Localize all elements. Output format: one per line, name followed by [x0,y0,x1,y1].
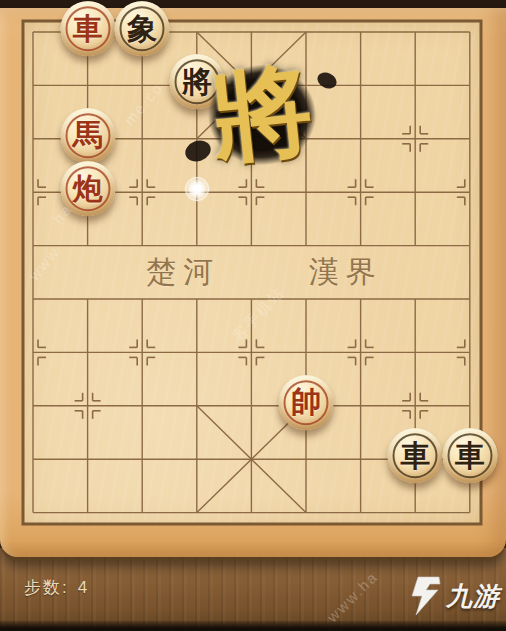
piece-black-elephant[interactable]: 象 [115,1,170,56]
brand-logo: 九游 [410,576,500,616]
piece-character: 象 [127,14,157,44]
piece-black-general[interactable]: 將 [169,55,224,110]
move-indicator-sparkle [182,174,212,204]
step-counter-value: 4 [78,578,87,597]
river-label-right: 漢界 [309,252,383,293]
piece-character: 車 [455,441,485,471]
xiangqi-board[interactable]: 楚河 漢界 車象將馬炮帥車車 將 [0,8,506,557]
game-screen: 楚河 漢界 車象將馬炮帥車車 將 步数:4 九游 me.cohawww客手机站w… [0,0,506,631]
step-counter: 步数:4 [24,576,87,599]
piece-red-horse[interactable]: 馬 [60,108,115,163]
piece-character: 帥 [291,387,321,417]
piece-character: 將 [182,67,212,97]
piece-character: 炮 [73,174,103,204]
piece-character: 車 [73,14,103,44]
piece-red-cannon[interactable]: 炮 [60,161,115,216]
river-label-left: 楚河 [146,252,220,293]
piece-red-chariot[interactable]: 車 [60,1,115,56]
piece-character: 馬 [73,120,103,150]
piece-black-chariot[interactable]: 車 [442,428,497,483]
piece-character: 車 [400,441,430,471]
piece-black-chariot[interactable]: 車 [388,428,443,483]
brand-text: 九游 [446,579,500,614]
step-counter-label: 步数: [24,578,69,597]
piece-red-general[interactable]: 帥 [279,375,334,430]
jiuyou-lightning-icon [410,576,442,616]
